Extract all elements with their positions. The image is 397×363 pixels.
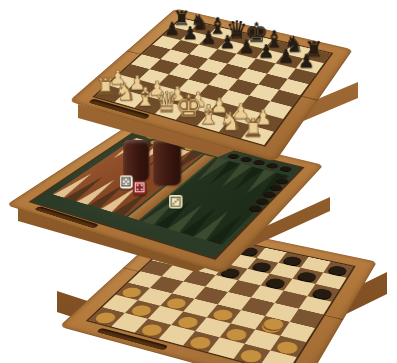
chess-piece-white-bishop: ♝: [196, 102, 220, 129]
backgammon-point: [181, 206, 221, 236]
die-cream: ⚂: [169, 195, 183, 209]
chess-piece-white-knight: ♞: [218, 109, 243, 135]
chess-piece-white-rook: ♜: [241, 116, 266, 141]
chess-piece-black-pawn: ♟: [217, 33, 238, 51]
checkers-piece-tan: ●: [173, 312, 204, 330]
backgammon-point: [54, 172, 97, 198]
product-photo: ●●●●●●●●●●●●●●●●●●●●●●●●●● ●●●●●●●●●●●●●…: [0, 0, 397, 363]
die-white: ⚄: [120, 175, 133, 188]
chess-square-h1: ♜: [241, 125, 273, 145]
chess-piece-black-pawn: ♟: [255, 42, 276, 61]
backgammon-dice-cup: [153, 139, 181, 185]
checkers-piece-tan: ●: [209, 305, 239, 323]
backgammon-checker-dark: ●: [264, 161, 281, 169]
chess-piece-black-pawn: ♟: [198, 28, 219, 46]
checkers-square-a3: ●: [116, 283, 150, 300]
backgammon-point: [194, 210, 234, 241]
chess-piece-black-pawn: ♟: [236, 37, 257, 55]
checkers-piece-tan: ●: [236, 345, 268, 363]
backgammon-checker-dark: ●: [277, 164, 294, 173]
die-red: ⚃: [133, 181, 146, 194]
backgammon-point: [208, 213, 248, 244]
checkers-square-d4: [195, 287, 228, 305]
chess-piece-black-pawn: ♟: [295, 52, 317, 71]
chess-piece-black-pawn: ♟: [275, 47, 297, 66]
